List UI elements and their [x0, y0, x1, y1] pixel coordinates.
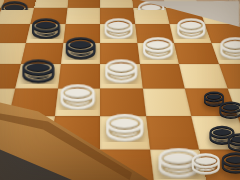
photo-vignette — [0, 0, 240, 180]
board-scene: ⛂⛂⛂⛂⛂⛂⛂⛂⛂⛂⛂⛂⛂⛂⛂⛂⛂⛂ ⛂⛂⛂⛂⛂⛂ — [0, 0, 240, 180]
